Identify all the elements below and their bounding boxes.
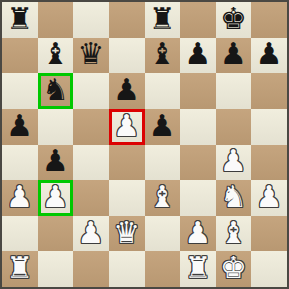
square-b5[interactable] — [38, 109, 74, 145]
square-h4[interactable] — [251, 145, 287, 181]
black-pawn-piece: ♟ — [184, 39, 211, 69]
white-bishop-piece: ♝ — [220, 218, 247, 248]
square-c8[interactable] — [73, 2, 109, 38]
square-d5[interactable]: ♟ — [109, 109, 145, 145]
square-d7[interactable] — [109, 38, 145, 74]
white-pawn-piece: ♟ — [42, 182, 69, 212]
black-rook-piece: ♜ — [149, 4, 176, 34]
white-king-piece: ♚ — [220, 253, 247, 283]
white-pawn-piece: ♟ — [78, 218, 105, 248]
square-c5[interactable] — [73, 109, 109, 145]
square-c3[interactable] — [73, 180, 109, 216]
square-f3[interactable] — [180, 180, 216, 216]
square-h2[interactable] — [251, 216, 287, 252]
square-h5[interactable] — [251, 109, 287, 145]
square-e5[interactable]: ♟ — [145, 109, 181, 145]
square-b8[interactable] — [38, 2, 74, 38]
white-pawn-piece: ♟ — [220, 146, 247, 176]
square-b7[interactable]: ♝ — [38, 38, 74, 74]
square-f7[interactable]: ♟ — [180, 38, 216, 74]
square-h1[interactable] — [251, 251, 287, 287]
black-pawn-piece: ♟ — [113, 75, 140, 105]
square-e2[interactable] — [145, 216, 181, 252]
square-g3[interactable]: ♞ — [216, 180, 252, 216]
square-h7[interactable]: ♟ — [251, 38, 287, 74]
square-c2[interactable]: ♟ — [73, 216, 109, 252]
square-g4[interactable]: ♟ — [216, 145, 252, 181]
square-f6[interactable] — [180, 73, 216, 109]
chess-board: ♜♜♚♝♛♝♟♟♟♞♟♟♟♟♟♟♟♟♝♞♟♟♛♟♝♜♜♚ — [0, 0, 289, 289]
black-pawn-piece: ♟ — [220, 39, 247, 69]
black-king-piece: ♚ — [220, 4, 247, 34]
square-c1[interactable] — [73, 251, 109, 287]
white-pawn-piece: ♟ — [256, 182, 283, 212]
square-e8[interactable]: ♜ — [145, 2, 181, 38]
square-e6[interactable] — [145, 73, 181, 109]
square-g8[interactable]: ♚ — [216, 2, 252, 38]
white-pawn-piece: ♟ — [6, 182, 33, 212]
square-a3[interactable]: ♟ — [2, 180, 38, 216]
square-c7[interactable]: ♛ — [73, 38, 109, 74]
black-bishop-piece: ♝ — [149, 39, 176, 69]
square-f1[interactable]: ♜ — [180, 251, 216, 287]
square-f2[interactable]: ♟ — [180, 216, 216, 252]
square-f5[interactable] — [180, 109, 216, 145]
square-d8[interactable] — [109, 2, 145, 38]
black-knight-piece: ♞ — [42, 75, 69, 105]
square-b1[interactable] — [38, 251, 74, 287]
square-d3[interactable] — [109, 180, 145, 216]
square-d4[interactable] — [109, 145, 145, 181]
black-pawn-piece: ♟ — [42, 146, 69, 176]
white-knight-piece: ♞ — [220, 182, 247, 212]
square-f4[interactable] — [180, 145, 216, 181]
white-rook-piece: ♜ — [6, 253, 33, 283]
square-b3[interactable]: ♟ — [38, 180, 74, 216]
square-b2[interactable] — [38, 216, 74, 252]
square-g1[interactable]: ♚ — [216, 251, 252, 287]
square-a8[interactable]: ♜ — [2, 2, 38, 38]
white-rook-piece: ♜ — [184, 253, 211, 283]
square-a1[interactable]: ♜ — [2, 251, 38, 287]
square-b6[interactable]: ♞ — [38, 73, 74, 109]
square-c4[interactable] — [73, 145, 109, 181]
white-bishop-piece: ♝ — [149, 182, 176, 212]
white-pawn-piece: ♟ — [184, 218, 211, 248]
square-a2[interactable] — [2, 216, 38, 252]
square-h8[interactable] — [251, 2, 287, 38]
black-queen-piece: ♛ — [78, 39, 105, 69]
black-rook-piece: ♜ — [6, 4, 33, 34]
square-e1[interactable] — [145, 251, 181, 287]
square-d6[interactable]: ♟ — [109, 73, 145, 109]
square-b4[interactable]: ♟ — [38, 145, 74, 181]
square-a4[interactable] — [2, 145, 38, 181]
square-h6[interactable] — [251, 73, 287, 109]
black-bishop-piece: ♝ — [42, 39, 69, 69]
black-pawn-piece: ♟ — [149, 111, 176, 141]
white-queen-piece: ♛ — [113, 218, 140, 248]
black-pawn-piece: ♟ — [256, 39, 283, 69]
square-g6[interactable] — [216, 73, 252, 109]
square-a5[interactable]: ♟ — [2, 109, 38, 145]
square-d1[interactable] — [109, 251, 145, 287]
square-e4[interactable] — [145, 145, 181, 181]
black-pawn-piece: ♟ — [6, 111, 33, 141]
square-a7[interactable] — [2, 38, 38, 74]
square-e3[interactable]: ♝ — [145, 180, 181, 216]
square-c6[interactable] — [73, 73, 109, 109]
square-h3[interactable]: ♟ — [251, 180, 287, 216]
square-f8[interactable] — [180, 2, 216, 38]
square-e7[interactable]: ♝ — [145, 38, 181, 74]
square-d2[interactable]: ♛ — [109, 216, 145, 252]
square-g7[interactable]: ♟ — [216, 38, 252, 74]
white-pawn-piece: ♟ — [113, 111, 140, 141]
square-g2[interactable]: ♝ — [216, 216, 252, 252]
square-g5[interactable] — [216, 109, 252, 145]
square-a6[interactable] — [2, 73, 38, 109]
